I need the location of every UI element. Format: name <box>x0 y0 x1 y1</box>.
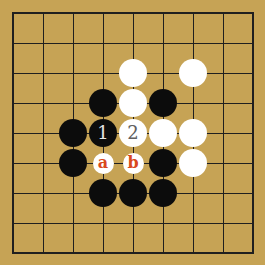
black-stone <box>119 179 147 207</box>
white-stone-move-2: 2 <box>119 119 147 147</box>
black-stone <box>89 89 117 117</box>
black-stone <box>89 179 117 207</box>
black-stone <box>59 149 87 177</box>
white-stone <box>149 119 177 147</box>
white-stone <box>119 89 147 117</box>
point-label-a[interactable]: a <box>93 153 114 174</box>
black-stone <box>149 179 177 207</box>
white-stone <box>179 149 207 177</box>
white-stone <box>119 59 147 87</box>
move-number-1: 1 <box>97 124 108 142</box>
black-stone-move-1: 1 <box>89 119 117 147</box>
black-stone <box>59 119 87 147</box>
go-board[interactable]: 12ab <box>0 0 265 265</box>
black-stone <box>149 89 177 117</box>
point-label-b[interactable]: b <box>123 153 144 174</box>
white-stone <box>179 119 207 147</box>
white-stone <box>179 59 207 87</box>
black-stone <box>149 149 177 177</box>
move-number-2: 2 <box>127 124 138 142</box>
